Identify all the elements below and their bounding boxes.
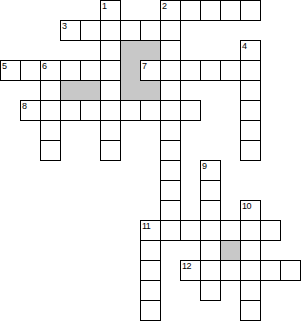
cell-r3c11[interactable] [220, 60, 241, 81]
cell-r2c12[interactable] [240, 40, 261, 61]
cell-r13c9[interactable] [180, 260, 201, 281]
cell-r3c4[interactable] [80, 60, 101, 81]
cell-r15c7[interactable] [140, 300, 161, 321]
cell-r5c5[interactable] [100, 100, 121, 121]
cell-r3c1[interactable] [20, 60, 41, 81]
cell-r3c2[interactable] [40, 60, 61, 81]
cell-r0c11[interactable] [220, 0, 241, 21]
cell-r6c2[interactable] [40, 120, 61, 141]
cell-r3c3[interactable] [60, 60, 81, 81]
blocked-cell-r4c7 [140, 80, 161, 101]
cell-r1c7[interactable] [140, 20, 161, 41]
cell-r1c8[interactable] [160, 20, 181, 41]
cell-r0c12[interactable] [240, 0, 261, 21]
blocked-cell-r4c3 [60, 80, 81, 101]
cell-r14c7[interactable] [140, 280, 161, 301]
cell-r3c7[interactable] [140, 60, 161, 81]
blocked-cell-r2c6 [120, 40, 141, 61]
blocked-cell-r4c6 [120, 80, 141, 101]
cell-r5c8[interactable] [160, 100, 181, 121]
cell-r10c12[interactable] [240, 200, 261, 221]
cell-r4c2[interactable] [40, 80, 61, 101]
cell-r12c12[interactable] [240, 240, 261, 261]
cell-r3c5[interactable] [100, 60, 121, 81]
cell-r0c5[interactable] [100, 0, 121, 21]
cell-r2c5[interactable] [100, 40, 121, 61]
cell-r14c10[interactable] [200, 280, 221, 301]
cell-r10c10[interactable] [200, 200, 221, 221]
crossword-grid: 123456789101112 [0, 0, 301, 321]
cell-r12c10[interactable] [200, 240, 221, 261]
blocked-cell-r4c4 [80, 80, 101, 101]
cell-r11c9[interactable] [180, 220, 201, 241]
cell-r1c6[interactable] [120, 20, 141, 41]
cell-r8c8[interactable] [160, 160, 181, 181]
cell-r7c2[interactable] [40, 140, 61, 161]
cell-r13c12[interactable] [240, 260, 261, 281]
cell-r0c9[interactable] [180, 0, 201, 21]
cell-r3c0[interactable] [0, 60, 21, 81]
cell-r4c5[interactable] [100, 80, 121, 101]
cell-r3c9[interactable] [180, 60, 201, 81]
cell-r0c10[interactable] [200, 0, 221, 21]
cell-r6c5[interactable] [100, 120, 121, 141]
cell-r5c9[interactable] [180, 100, 201, 121]
cell-r2c8[interactable] [160, 40, 181, 61]
cell-r3c8[interactable] [160, 60, 181, 81]
blocked-cell-r12c11 [220, 240, 241, 261]
cell-r13c11[interactable] [220, 260, 241, 281]
cell-r12c7[interactable] [140, 240, 161, 261]
cell-r7c5[interactable] [100, 140, 121, 161]
cell-r5c4[interactable] [80, 100, 101, 121]
cell-r11c7[interactable] [140, 220, 161, 241]
cell-r11c8[interactable] [160, 220, 181, 241]
cell-r5c1[interactable] [20, 100, 41, 121]
cell-r4c8[interactable] [160, 80, 181, 101]
cell-r1c5[interactable] [100, 20, 121, 41]
cell-r11c13[interactable] [260, 220, 281, 241]
cell-r14c12[interactable] [240, 280, 261, 301]
cell-r11c10[interactable] [200, 220, 221, 241]
cell-r5c7[interactable] [140, 100, 161, 121]
cell-r5c6[interactable] [120, 100, 141, 121]
cell-r4c12[interactable] [240, 80, 261, 101]
cell-r1c4[interactable] [80, 20, 101, 41]
cell-r13c13[interactable] [260, 260, 281, 281]
cell-r15c12[interactable] [240, 300, 261, 321]
blocked-cell-r3c6 [120, 60, 141, 81]
cell-r6c8[interactable] [160, 120, 181, 141]
blocked-cell-r2c7 [140, 40, 161, 61]
cell-r3c12[interactable] [240, 60, 261, 81]
cell-r13c14[interactable] [280, 260, 301, 281]
cell-r10c8[interactable] [160, 200, 181, 221]
cell-r11c11[interactable] [220, 220, 241, 241]
cell-r5c12[interactable] [240, 100, 261, 121]
cell-r3c10[interactable] [200, 60, 221, 81]
cell-r0c8[interactable] [160, 0, 181, 21]
cell-r6c12[interactable] [240, 120, 261, 141]
cell-r5c3[interactable] [60, 100, 81, 121]
cell-r5c2[interactable] [40, 100, 61, 121]
cell-r13c10[interactable] [200, 260, 221, 281]
cell-r9c10[interactable] [200, 180, 221, 201]
cell-r7c12[interactable] [240, 140, 261, 161]
cell-r9c8[interactable] [160, 180, 181, 201]
cell-r7c8[interactable] [160, 140, 181, 161]
cell-r1c3[interactable] [60, 20, 81, 41]
cell-r8c10[interactable] [200, 160, 221, 181]
cell-r11c12[interactable] [240, 220, 261, 241]
cell-r13c7[interactable] [140, 260, 161, 281]
